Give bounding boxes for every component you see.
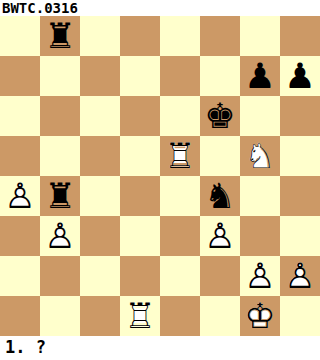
black-pawn[interactable]: ♟ bbox=[240, 56, 280, 96]
square-c1[interactable] bbox=[80, 296, 120, 336]
square-b7[interactable] bbox=[40, 56, 80, 96]
square-c2[interactable] bbox=[80, 256, 120, 296]
square-b8[interactable]: ♜ bbox=[40, 16, 80, 56]
square-c6[interactable] bbox=[80, 96, 120, 136]
square-d2[interactable] bbox=[120, 256, 160, 296]
white-pawn-outline: ♙ bbox=[0, 176, 40, 216]
square-a5[interactable] bbox=[0, 136, 40, 176]
square-b2[interactable] bbox=[40, 256, 80, 296]
black-rook[interactable]: ♜ bbox=[40, 16, 80, 56]
move-prompt: 1. ? bbox=[0, 336, 320, 360]
square-d6[interactable] bbox=[120, 96, 160, 136]
square-a2[interactable] bbox=[0, 256, 40, 296]
square-h2[interactable]: ♟♙ bbox=[280, 256, 320, 296]
chess-board[interactable]: ♜♟♟♚♜♖♞♘♟♙♜♞♟♙♟♙♟♙♟♙♜♖♚♔ bbox=[0, 16, 320, 336]
white-pawn[interactable]: ♟♙ bbox=[240, 256, 280, 296]
square-b6[interactable] bbox=[40, 96, 80, 136]
square-g4[interactable] bbox=[240, 176, 280, 216]
square-d1[interactable]: ♜♖ bbox=[120, 296, 160, 336]
white-rook-outline: ♖ bbox=[160, 136, 200, 176]
square-g3[interactable] bbox=[240, 216, 280, 256]
square-e3[interactable] bbox=[160, 216, 200, 256]
square-f1[interactable] bbox=[200, 296, 240, 336]
square-e1[interactable] bbox=[160, 296, 200, 336]
black-knight[interactable]: ♞ bbox=[200, 176, 240, 216]
square-g2[interactable]: ♟♙ bbox=[240, 256, 280, 296]
black-rook[interactable]: ♜ bbox=[40, 176, 80, 216]
square-e4[interactable] bbox=[160, 176, 200, 216]
square-d4[interactable] bbox=[120, 176, 160, 216]
square-d5[interactable] bbox=[120, 136, 160, 176]
square-b4[interactable]: ♜ bbox=[40, 176, 80, 216]
white-knight-outline: ♘ bbox=[240, 136, 280, 176]
square-e2[interactable] bbox=[160, 256, 200, 296]
square-b1[interactable] bbox=[40, 296, 80, 336]
white-pawn-outline: ♙ bbox=[200, 216, 240, 256]
square-b3[interactable]: ♟♙ bbox=[40, 216, 80, 256]
square-c3[interactable] bbox=[80, 216, 120, 256]
square-d8[interactable] bbox=[120, 16, 160, 56]
white-pawn[interactable]: ♟♙ bbox=[200, 216, 240, 256]
square-a4[interactable]: ♟♙ bbox=[0, 176, 40, 216]
square-b5[interactable] bbox=[40, 136, 80, 176]
square-c8[interactable] bbox=[80, 16, 120, 56]
square-e5[interactable]: ♜♖ bbox=[160, 136, 200, 176]
square-h7[interactable]: ♟ bbox=[280, 56, 320, 96]
square-g1[interactable]: ♚♔ bbox=[240, 296, 280, 336]
square-e8[interactable] bbox=[160, 16, 200, 56]
chess-puzzle-app: BWTC.0316 ♜♟♟♚♜♖♞♘♟♙♜♞♟♙♟♙♟♙♟♙♜♖♚♔ 1. ? bbox=[0, 0, 320, 360]
black-pawn[interactable]: ♟ bbox=[280, 56, 320, 96]
square-d7[interactable] bbox=[120, 56, 160, 96]
white-pawn-outline: ♙ bbox=[280, 256, 320, 296]
square-f2[interactable] bbox=[200, 256, 240, 296]
white-king[interactable]: ♚♔ bbox=[240, 296, 280, 336]
square-d3[interactable] bbox=[120, 216, 160, 256]
puzzle-id: BWTC.0316 bbox=[0, 0, 320, 16]
white-rook-outline: ♖ bbox=[120, 296, 160, 336]
square-e6[interactable] bbox=[160, 96, 200, 136]
square-f8[interactable] bbox=[200, 16, 240, 56]
square-e7[interactable] bbox=[160, 56, 200, 96]
square-g7[interactable]: ♟ bbox=[240, 56, 280, 96]
square-f5[interactable] bbox=[200, 136, 240, 176]
square-f6[interactable]: ♚ bbox=[200, 96, 240, 136]
square-h3[interactable] bbox=[280, 216, 320, 256]
white-pawn-outline: ♙ bbox=[40, 216, 80, 256]
square-a7[interactable] bbox=[0, 56, 40, 96]
square-f7[interactable] bbox=[200, 56, 240, 96]
square-c5[interactable] bbox=[80, 136, 120, 176]
square-a6[interactable] bbox=[0, 96, 40, 136]
square-g5[interactable]: ♞♘ bbox=[240, 136, 280, 176]
white-knight[interactable]: ♞♘ bbox=[240, 136, 280, 176]
square-a1[interactable] bbox=[0, 296, 40, 336]
square-a3[interactable] bbox=[0, 216, 40, 256]
white-pawn[interactable]: ♟♙ bbox=[40, 216, 80, 256]
square-h8[interactable] bbox=[280, 16, 320, 56]
white-pawn[interactable]: ♟♙ bbox=[0, 176, 40, 216]
square-g6[interactable] bbox=[240, 96, 280, 136]
white-rook[interactable]: ♜♖ bbox=[160, 136, 200, 176]
square-h4[interactable] bbox=[280, 176, 320, 216]
black-king[interactable]: ♚ bbox=[200, 96, 240, 136]
square-f4[interactable]: ♞ bbox=[200, 176, 240, 216]
square-h6[interactable] bbox=[280, 96, 320, 136]
white-pawn-outline: ♙ bbox=[240, 256, 280, 296]
white-pawn[interactable]: ♟♙ bbox=[280, 256, 320, 296]
square-f3[interactable]: ♟♙ bbox=[200, 216, 240, 256]
square-g8[interactable] bbox=[240, 16, 280, 56]
square-c4[interactable] bbox=[80, 176, 120, 216]
square-c7[interactable] bbox=[80, 56, 120, 96]
white-king-outline: ♔ bbox=[240, 296, 280, 336]
white-rook[interactable]: ♜♖ bbox=[120, 296, 160, 336]
square-h5[interactable] bbox=[280, 136, 320, 176]
square-h1[interactable] bbox=[280, 296, 320, 336]
square-a8[interactable] bbox=[0, 16, 40, 56]
